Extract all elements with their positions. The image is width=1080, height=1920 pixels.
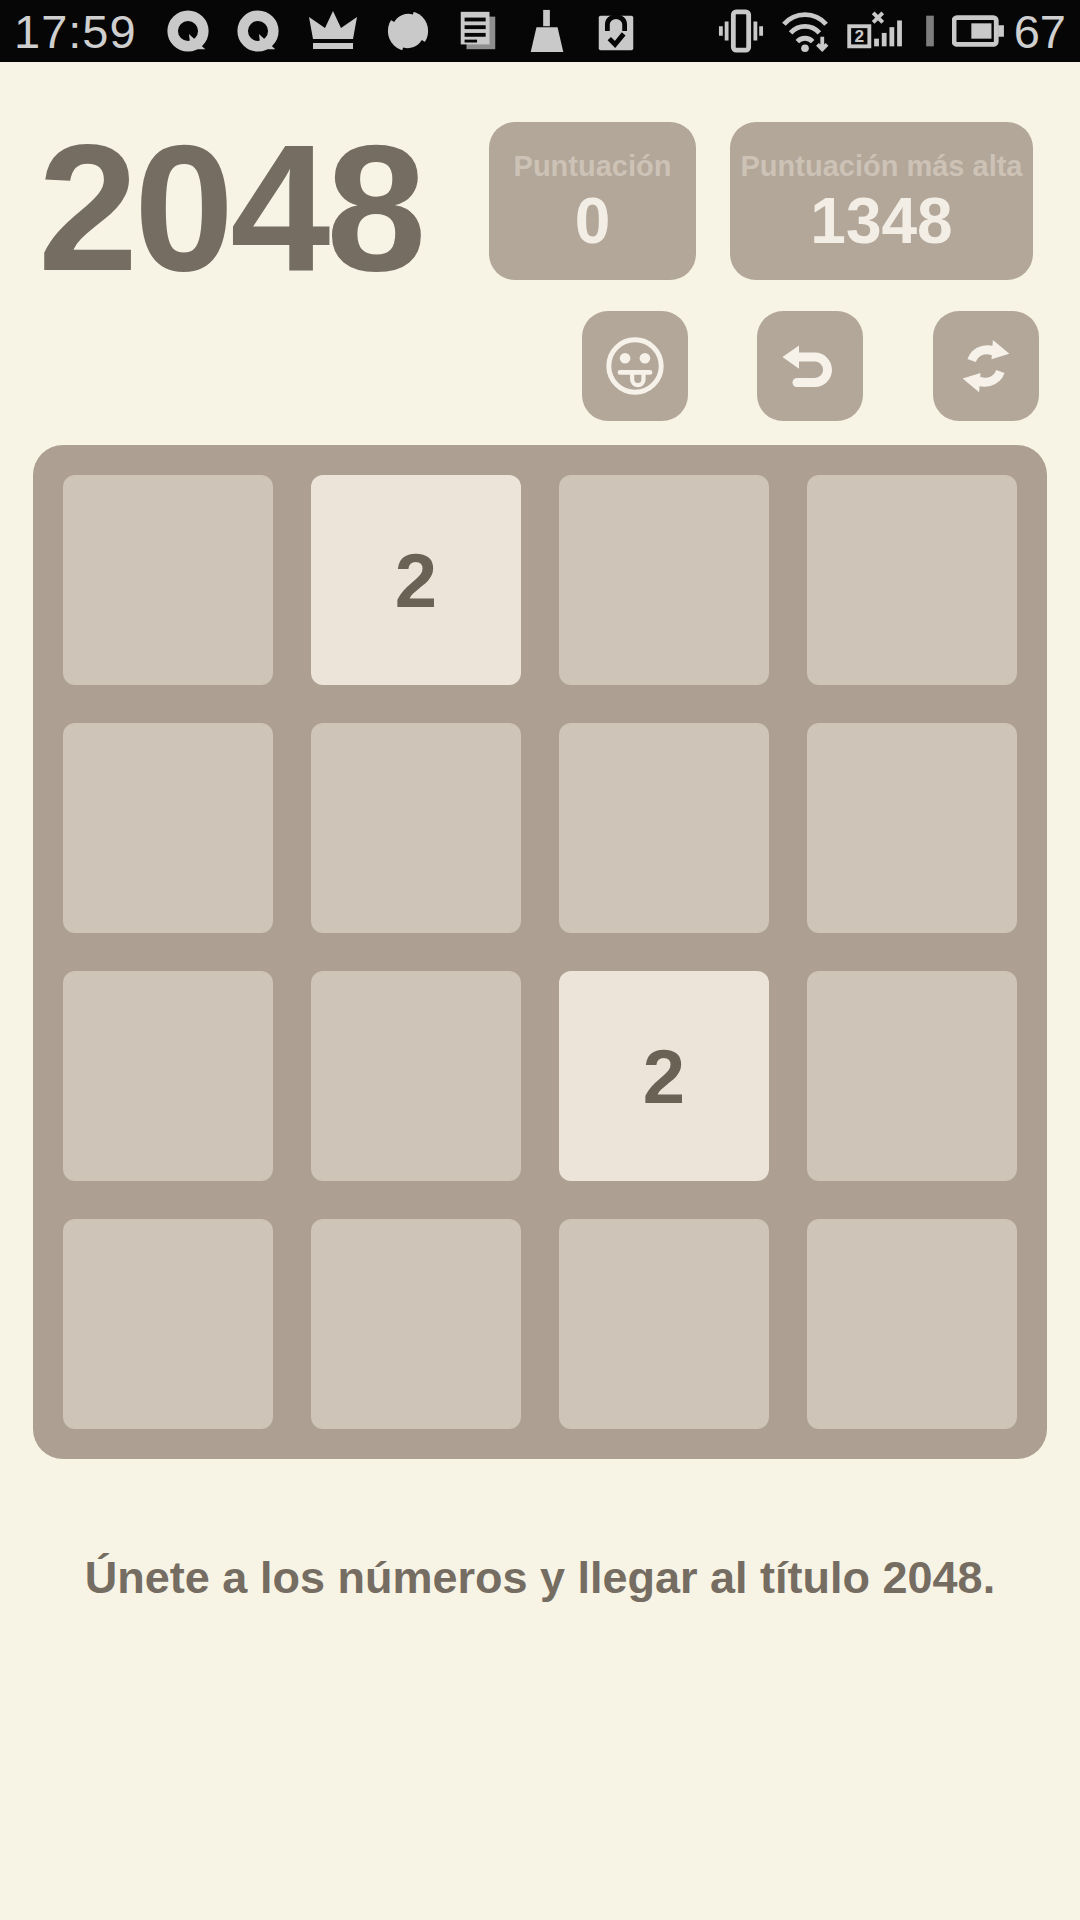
- board-cell: [63, 475, 273, 685]
- mood-button[interactable]: [582, 311, 688, 421]
- status-bar[interactable]: 17:59: [0, 0, 1080, 62]
- score-label: Puntuación: [514, 150, 672, 183]
- undo-button[interactable]: [757, 311, 863, 421]
- vibrate-icon: [718, 8, 764, 54]
- board-cell: [311, 971, 521, 1181]
- board-cell: [807, 723, 1017, 933]
- clean-icon: [525, 8, 569, 54]
- undo-icon: [777, 333, 843, 399]
- best-score-value: 1348: [810, 189, 952, 253]
- board-cell: [559, 475, 769, 685]
- news-icon: [455, 8, 501, 54]
- crown-icon: [305, 9, 361, 53]
- board-cell: [559, 1219, 769, 1429]
- page-title: 2048: [38, 118, 422, 298]
- sim2-signal-icon: 2: [846, 8, 908, 54]
- wifi-download-icon: [780, 8, 830, 54]
- system-icons: 2: [718, 8, 1006, 54]
- tile-2: 2: [311, 475, 521, 685]
- battery-percent-text: 67: [1014, 4, 1066, 59]
- notification-icons: [165, 8, 639, 54]
- refresh-icon: [953, 333, 1019, 399]
- score-value: 0: [575, 189, 611, 253]
- board-cell: [807, 971, 1017, 1181]
- board-cell: [311, 1219, 521, 1429]
- board-cell: [311, 723, 521, 933]
- board-cell: [807, 1219, 1017, 1429]
- board-cell: [63, 1219, 273, 1429]
- clock-text: 17:59: [14, 4, 137, 59]
- smiley-tongue-icon: [601, 332, 669, 400]
- restart-button[interactable]: [933, 311, 1039, 421]
- q-app-icon: [235, 8, 281, 54]
- board-grid[interactable]: 22: [33, 445, 1047, 1459]
- board-cell: [63, 971, 273, 1181]
- best-score-box: Puntuación más alta 1348: [730, 122, 1033, 280]
- instruction-text: Únete a los números y llegar al título 2…: [0, 1552, 1080, 1604]
- board-cell: [807, 475, 1017, 685]
- svg-text:2: 2: [854, 27, 864, 47]
- board-cell: [63, 723, 273, 933]
- best-score-label: Puntuación más alta: [740, 150, 1022, 183]
- score-box: Puntuación 0: [489, 122, 696, 280]
- battery-icon: [952, 8, 1006, 54]
- board-cell: [559, 723, 769, 933]
- tile-2: 2: [559, 971, 769, 1181]
- signal-bar-icon: [924, 8, 936, 54]
- shopping-bag-icon: [593, 8, 639, 54]
- q-app-icon: [165, 8, 211, 54]
- shutter-icon: [385, 8, 431, 54]
